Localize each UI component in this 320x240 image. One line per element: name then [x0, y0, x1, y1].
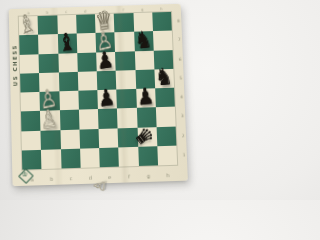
- square-b7[interactable]: [38, 34, 58, 54]
- rank-label-2: 2: [181, 126, 185, 145]
- square-g2[interactable]: [137, 127, 157, 147]
- square-e8[interactable]: [95, 14, 115, 33]
- square-h5[interactable]: [154, 69, 174, 89]
- square-b8[interactable]: [38, 15, 58, 34]
- square-c4[interactable]: [59, 91, 79, 111]
- square-c3[interactable]: [59, 110, 79, 130]
- brand-logo: ♔: [17, 167, 32, 183]
- rank-label-1: 1: [182, 145, 186, 164]
- square-f2[interactable]: [118, 127, 138, 147]
- photo-scene: abcdefgh US CHESS ♗♕♙♝♞♟♞♙♟♟♙♛ 87654321 …: [0, 0, 200, 200]
- square-g6[interactable]: [134, 50, 154, 70]
- square-e1[interactable]: [99, 147, 119, 167]
- square-f7[interactable]: [115, 32, 135, 52]
- square-b6[interactable]: [39, 53, 59, 73]
- brand-text: US CHESS: [11, 44, 18, 86]
- square-c5[interactable]: [58, 72, 78, 92]
- file-label-c: c: [61, 175, 81, 182]
- rank-label-5: 5: [179, 68, 183, 87]
- square-a6[interactable]: [20, 54, 40, 74]
- square-b2[interactable]: [41, 130, 61, 150]
- square-e5[interactable]: [97, 70, 117, 90]
- rank-label-7: 7: [177, 30, 181, 49]
- square-h3[interactable]: [156, 107, 176, 127]
- square-h4[interactable]: [155, 88, 175, 108]
- square-a4[interactable]: [21, 92, 41, 112]
- offboard-white-pawn[interactable]: ♙: [91, 179, 108, 193]
- square-f3[interactable]: [117, 108, 137, 128]
- square-g7[interactable]: [134, 31, 154, 51]
- file-label-h: h: [158, 172, 178, 179]
- square-e3[interactable]: [98, 109, 118, 129]
- chess-mat: abcdefgh US CHESS ♗♕♙♝♞♟♞♙♟♟♙♛ 87654321 …: [9, 4, 188, 186]
- square-h1[interactable]: [157, 145, 177, 165]
- square-d3[interactable]: [79, 109, 99, 129]
- square-f6[interactable]: [115, 51, 135, 71]
- square-g5[interactable]: [135, 69, 155, 89]
- square-c7[interactable]: [57, 34, 77, 54]
- square-f4[interactable]: [117, 89, 137, 109]
- square-g4[interactable]: [136, 88, 156, 108]
- square-b4[interactable]: [40, 91, 60, 111]
- square-g8[interactable]: [133, 13, 153, 32]
- rank-label-3: 3: [180, 107, 184, 126]
- square-d4[interactable]: [78, 90, 98, 110]
- square-g1[interactable]: [138, 146, 158, 166]
- square-d2[interactable]: [79, 128, 99, 148]
- square-b5[interactable]: [39, 72, 59, 92]
- square-d6[interactable]: [77, 52, 97, 72]
- square-f8[interactable]: [114, 13, 134, 32]
- square-c1[interactable]: [60, 148, 80, 168]
- square-f1[interactable]: [118, 147, 138, 167]
- square-d1[interactable]: [80, 148, 100, 168]
- square-c2[interactable]: [60, 129, 80, 149]
- square-e4[interactable]: [97, 90, 117, 110]
- square-a5[interactable]: [20, 73, 40, 93]
- square-a7[interactable]: [19, 35, 39, 55]
- file-label-b: b: [42, 176, 62, 183]
- square-b3[interactable]: [40, 110, 60, 130]
- rank-labels-right: 87654321: [177, 12, 186, 165]
- square-e6[interactable]: [96, 51, 116, 71]
- square-h8[interactable]: [152, 12, 172, 31]
- square-a2[interactable]: [21, 130, 41, 150]
- square-b1[interactable]: [41, 149, 61, 169]
- square-f5[interactable]: [116, 70, 136, 90]
- square-e7[interactable]: [96, 33, 116, 53]
- square-d5[interactable]: [78, 71, 98, 91]
- square-h7[interactable]: [153, 31, 173, 51]
- square-e2[interactable]: [99, 128, 119, 148]
- square-c8[interactable]: [57, 15, 77, 34]
- logo-crown-icon: ♔: [17, 170, 32, 180]
- square-h6[interactable]: [153, 50, 173, 70]
- square-h2[interactable]: [156, 126, 176, 146]
- rank-label-8: 8: [177, 12, 181, 31]
- square-g3[interactable]: [136, 107, 156, 127]
- square-c6[interactable]: [58, 53, 78, 73]
- square-d8[interactable]: [76, 14, 96, 33]
- square-d7[interactable]: [76, 33, 96, 53]
- file-label-f: f: [119, 173, 139, 180]
- chess-board: [19, 12, 177, 170]
- file-label-g: g: [139, 172, 159, 179]
- square-a3[interactable]: [21, 111, 41, 131]
- rank-label-6: 6: [178, 49, 182, 68]
- rank-label-4: 4: [180, 87, 184, 106]
- square-a8[interactable]: [19, 16, 39, 35]
